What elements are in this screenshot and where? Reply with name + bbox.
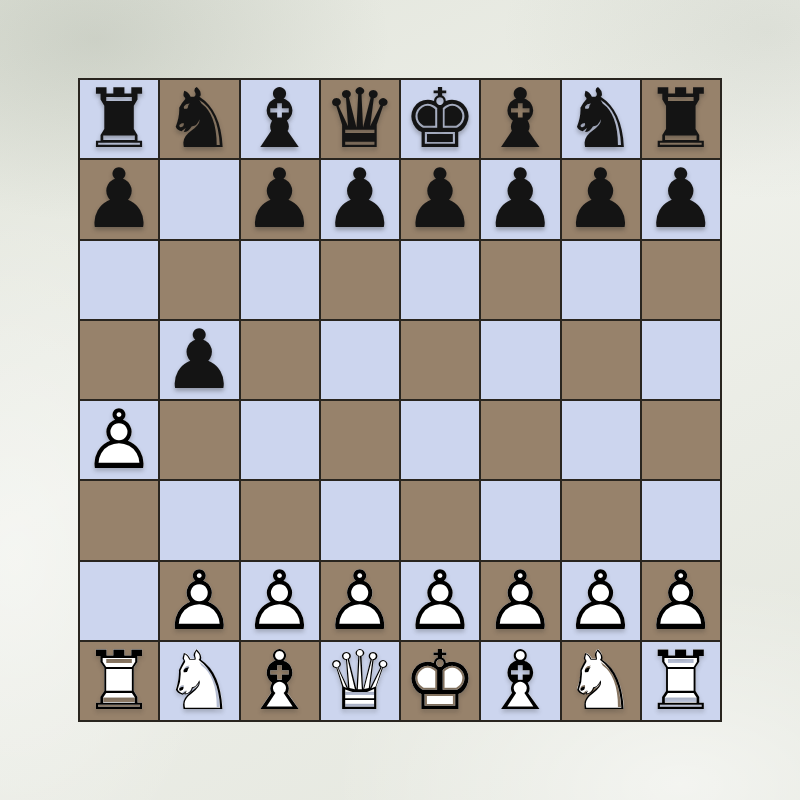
piece-black-pawn[interactable]: ♟	[642, 160, 720, 238]
black-queen-glyph: ♛	[321, 80, 399, 158]
square-e3[interactable]	[401, 481, 479, 559]
square-b8[interactable]: ♞	[160, 80, 238, 158]
black-bishop-glyph: ♝	[481, 80, 559, 158]
square-g1[interactable]: ♞♘	[562, 642, 640, 720]
white-pawn-outline-glyph: ♙	[401, 562, 479, 640]
square-h6[interactable]	[642, 241, 720, 319]
black-knight-glyph: ♞	[160, 80, 238, 158]
piece-black-pawn[interactable]: ♟	[80, 160, 158, 238]
square-b1[interactable]: ♞♘	[160, 642, 238, 720]
white-king-outline-glyph: ♔	[401, 642, 479, 720]
white-bishop-outline-glyph: ♗	[481, 642, 559, 720]
square-h5[interactable]	[642, 321, 720, 399]
square-c5[interactable]	[241, 321, 319, 399]
piece-white-rook[interactable]: ♜♖	[642, 642, 720, 720]
piece-white-pawn[interactable]: ♟♙	[321, 562, 399, 640]
white-knight-outline-glyph: ♘	[160, 642, 238, 720]
black-pawn-glyph: ♟	[80, 160, 158, 238]
square-f5[interactable]	[481, 321, 559, 399]
white-queen-outline-glyph: ♕	[321, 642, 399, 720]
square-d1[interactable]: ♛♕	[321, 642, 399, 720]
white-pawn-outline-glyph: ♙	[321, 562, 399, 640]
piece-black-king[interactable]: ♚	[401, 80, 479, 158]
piece-black-bishop[interactable]: ♝	[481, 80, 559, 158]
square-g2[interactable]: ♟♙	[562, 562, 640, 640]
square-e6[interactable]	[401, 241, 479, 319]
white-knight-outline-glyph: ♘	[562, 642, 640, 720]
square-d8[interactable]: ♛	[321, 80, 399, 158]
black-rook-glyph: ♜	[80, 80, 158, 158]
square-f4[interactable]	[481, 401, 559, 479]
white-pawn-outline-glyph: ♙	[80, 401, 158, 479]
square-b6[interactable]	[160, 241, 238, 319]
piece-white-pawn[interactable]: ♟♙	[160, 562, 238, 640]
piece-black-rook[interactable]: ♜	[642, 80, 720, 158]
piece-black-knight[interactable]: ♞	[562, 80, 640, 158]
square-e1[interactable]: ♚♔	[401, 642, 479, 720]
piece-black-pawn[interactable]: ♟	[241, 160, 319, 238]
white-pawn-outline-glyph: ♙	[642, 562, 720, 640]
piece-black-bishop[interactable]: ♝	[241, 80, 319, 158]
square-f7[interactable]: ♟	[481, 160, 559, 238]
square-c6[interactable]	[241, 241, 319, 319]
square-d2[interactable]: ♟♙	[321, 562, 399, 640]
square-b3[interactable]	[160, 481, 238, 559]
square-b4[interactable]	[160, 401, 238, 479]
square-c2[interactable]: ♟♙	[241, 562, 319, 640]
piece-white-queen[interactable]: ♛♕	[321, 642, 399, 720]
square-h3[interactable]	[642, 481, 720, 559]
black-pawn-glyph: ♟	[160, 321, 238, 399]
square-a8[interactable]: ♜	[80, 80, 158, 158]
piece-white-pawn[interactable]: ♟♙	[401, 562, 479, 640]
square-g7[interactable]: ♟	[562, 160, 640, 238]
square-d5[interactable]	[321, 321, 399, 399]
black-knight-glyph: ♞	[562, 80, 640, 158]
piece-white-pawn[interactable]: ♟♙	[241, 562, 319, 640]
black-pawn-glyph: ♟	[562, 160, 640, 238]
square-b2[interactable]: ♟♙	[160, 562, 238, 640]
square-d3[interactable]	[321, 481, 399, 559]
square-e4[interactable]	[401, 401, 479, 479]
square-d7[interactable]: ♟	[321, 160, 399, 238]
square-c8[interactable]: ♝	[241, 80, 319, 158]
piece-black-rook[interactable]: ♜	[80, 80, 158, 158]
black-rook-glyph: ♜	[642, 80, 720, 158]
square-c4[interactable]	[241, 401, 319, 479]
piece-white-pawn[interactable]: ♟♙	[481, 562, 559, 640]
piece-black-pawn[interactable]: ♟	[160, 321, 238, 399]
square-f1[interactable]: ♝♗	[481, 642, 559, 720]
white-pawn-outline-glyph: ♙	[562, 562, 640, 640]
black-bishop-glyph: ♝	[241, 80, 319, 158]
piece-black-pawn[interactable]: ♟	[321, 160, 399, 238]
square-a4[interactable]: ♟♙	[80, 401, 158, 479]
black-pawn-glyph: ♟	[241, 160, 319, 238]
square-f2[interactable]: ♟♙	[481, 562, 559, 640]
piece-white-rook[interactable]: ♜♖	[80, 642, 158, 720]
square-c7[interactable]: ♟	[241, 160, 319, 238]
piece-white-pawn[interactable]: ♟♙	[562, 562, 640, 640]
square-e8[interactable]: ♚	[401, 80, 479, 158]
black-king-glyph: ♚	[401, 80, 479, 158]
square-f8[interactable]: ♝	[481, 80, 559, 158]
square-e5[interactable]	[401, 321, 479, 399]
square-g5[interactable]	[562, 321, 640, 399]
square-a6[interactable]	[80, 241, 158, 319]
white-pawn-outline-glyph: ♙	[481, 562, 559, 640]
piece-white-knight[interactable]: ♞♘	[160, 642, 238, 720]
square-h4[interactable]	[642, 401, 720, 479]
piece-black-pawn[interactable]: ♟	[401, 160, 479, 238]
piece-white-bishop[interactable]: ♝♗	[481, 642, 559, 720]
piece-white-knight[interactable]: ♞♘	[562, 642, 640, 720]
piece-black-pawn[interactable]: ♟	[481, 160, 559, 238]
square-g4[interactable]	[562, 401, 640, 479]
black-pawn-glyph: ♟	[481, 160, 559, 238]
piece-black-pawn[interactable]: ♟	[562, 160, 640, 238]
white-pawn-outline-glyph: ♙	[160, 562, 238, 640]
piece-black-knight[interactable]: ♞	[160, 80, 238, 158]
black-pawn-glyph: ♟	[401, 160, 479, 238]
piece-white-pawn[interactable]: ♟♙	[80, 401, 158, 479]
square-b7[interactable]	[160, 160, 238, 238]
piece-white-pawn[interactable]: ♟♙	[642, 562, 720, 640]
square-d6[interactable]	[321, 241, 399, 319]
square-c1[interactable]: ♝♗	[241, 642, 319, 720]
piece-black-queen[interactable]: ♛	[321, 80, 399, 158]
square-a3[interactable]	[80, 481, 158, 559]
square-f3[interactable]	[481, 481, 559, 559]
square-g6[interactable]	[562, 241, 640, 319]
piece-white-king[interactable]: ♚♔	[401, 642, 479, 720]
piece-white-bishop[interactable]: ♝♗	[241, 642, 319, 720]
square-h2[interactable]: ♟♙	[642, 562, 720, 640]
black-pawn-glyph: ♟	[642, 160, 720, 238]
square-a5[interactable]	[80, 321, 158, 399]
chess-board: ♜♞♝♛♚♝♞♜♟♟♟♟♟♟♟♟♟♙♟♙♟♙♟♙♟♙♟♙♟♙♟♙♜♖♞♘♝♗♛♕…	[78, 78, 722, 722]
square-f6[interactable]	[481, 241, 559, 319]
black-pawn-glyph: ♟	[321, 160, 399, 238]
square-a1[interactable]: ♜♖	[80, 642, 158, 720]
square-a7[interactable]: ♟	[80, 160, 158, 238]
white-rook-outline-glyph: ♖	[80, 642, 158, 720]
square-c3[interactable]	[241, 481, 319, 559]
square-a2[interactable]	[80, 562, 158, 640]
square-e7[interactable]: ♟	[401, 160, 479, 238]
square-g8[interactable]: ♞	[562, 80, 640, 158]
square-h1[interactable]: ♜♖	[642, 642, 720, 720]
square-h8[interactable]: ♜	[642, 80, 720, 158]
square-d4[interactable]	[321, 401, 399, 479]
white-pawn-outline-glyph: ♙	[241, 562, 319, 640]
square-e2[interactable]: ♟♙	[401, 562, 479, 640]
square-b5[interactable]: ♟	[160, 321, 238, 399]
white-rook-outline-glyph: ♖	[642, 642, 720, 720]
white-bishop-outline-glyph: ♗	[241, 642, 319, 720]
square-g3[interactable]	[562, 481, 640, 559]
square-h7[interactable]: ♟	[642, 160, 720, 238]
